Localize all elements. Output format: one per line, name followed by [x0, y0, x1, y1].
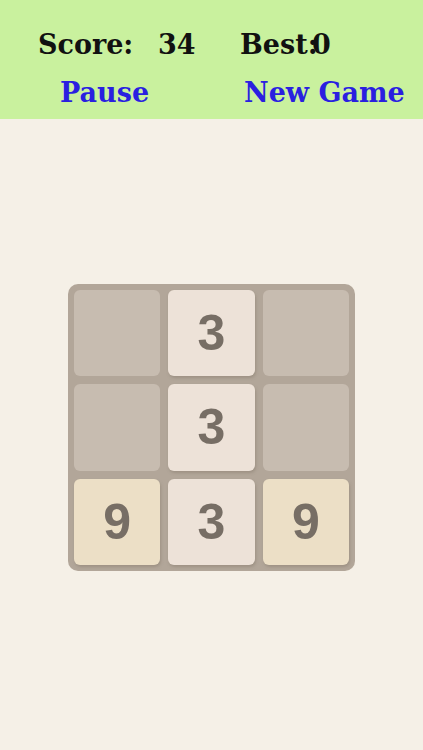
best-value: 0: [312, 31, 331, 58]
cell-r0c2: [263, 290, 349, 376]
cell-r1c0: [74, 384, 160, 470]
cell-r1c1: 3: [168, 384, 254, 470]
cell-r2c1: 3: [168, 479, 254, 565]
cell-r1c2: [263, 384, 349, 470]
header-bar: Score: 34 Best: 0 Pause New Game: [0, 0, 423, 119]
best-label: Best:: [240, 31, 318, 58]
cell-r2c0: 9: [74, 479, 160, 565]
score-label: Score:: [38, 31, 133, 58]
game-board[interactable]: 3 3 9 3 9: [68, 284, 355, 571]
cell-r0c1: 3: [168, 290, 254, 376]
cell-r0c0: [74, 290, 160, 376]
score-value: 34: [158, 31, 196, 58]
new-game-button[interactable]: New Game: [244, 79, 405, 106]
pause-button[interactable]: Pause: [60, 79, 149, 106]
cell-r2c2: 9: [263, 479, 349, 565]
